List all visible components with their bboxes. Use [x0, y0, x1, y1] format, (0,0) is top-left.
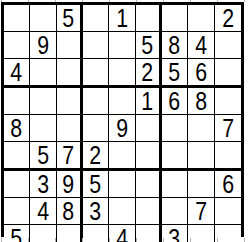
cell-r2c9[interactable] — [215, 32, 241, 59]
cell-r4c3[interactable] — [57, 88, 83, 115]
given-digit: 6 — [222, 171, 234, 197]
sudoku-page: 5129584425616889757239564837543 — [0, 0, 248, 242]
given-digit: 1 — [141, 88, 153, 114]
cell-r7c2[interactable]: 3 — [30, 171, 56, 198]
cell-r6c9[interactable] — [215, 142, 241, 171]
cell-r8c7[interactable] — [162, 198, 188, 225]
cell-r1c6[interactable] — [136, 5, 162, 32]
given-digit: 3 — [169, 225, 181, 242]
cell-r5c1[interactable]: 8 — [4, 115, 30, 142]
cell-r7c6[interactable] — [136, 171, 162, 198]
given-digit: 7 — [195, 198, 207, 224]
cell-r5c7[interactable] — [162, 115, 188, 142]
cell-r3c1[interactable]: 4 — [4, 59, 30, 88]
spreadsheet-gridline-stub — [217, 238, 218, 242]
cell-r4c6[interactable]: 1 — [136, 88, 162, 115]
cell-r5c2[interactable] — [30, 115, 56, 142]
spreadsheet-gridline-stub — [163, 238, 164, 242]
cell-r1c9[interactable]: 2 — [215, 5, 241, 32]
cell-r2c6[interactable]: 5 — [136, 32, 162, 59]
given-digit: 4 — [195, 32, 207, 58]
cell-r9c1[interactable]: 5 — [4, 225, 30, 242]
spreadsheet-gridline-stub — [244, 238, 245, 242]
given-digit: 4 — [11, 59, 23, 85]
cell-r2c8[interactable]: 4 — [188, 32, 214, 59]
given-digit: 5 — [141, 32, 153, 58]
cell-r1c4[interactable] — [83, 5, 109, 32]
cell-r5c3[interactable] — [57, 115, 83, 142]
cell-r8c5[interactable] — [109, 198, 135, 225]
given-digit: 5 — [11, 225, 23, 242]
given-digit: 5 — [169, 59, 181, 85]
cell-r3c2[interactable] — [30, 59, 56, 88]
given-digit: 7 — [222, 115, 234, 141]
cell-r6c1[interactable] — [4, 142, 30, 171]
cell-r8c1[interactable] — [4, 198, 30, 225]
cell-r9c6[interactable] — [136, 225, 162, 242]
spreadsheet-gridline-stub — [190, 0, 191, 2]
cell-r2c3[interactable] — [57, 32, 83, 59]
cell-r7c8[interactable] — [188, 171, 214, 198]
spreadsheet-gridline-stub — [28, 0, 29, 2]
cell-r4c2[interactable] — [30, 88, 56, 115]
cell-r8c3[interactable]: 8 — [57, 198, 83, 225]
cell-r9c3[interactable] — [57, 225, 83, 242]
cell-r6c6[interactable] — [136, 142, 162, 171]
cell-r5c9[interactable]: 7 — [215, 115, 241, 142]
cell-r7c7[interactable] — [162, 171, 188, 198]
cell-r9c5[interactable]: 4 — [109, 225, 135, 242]
given-digit: 8 — [11, 115, 23, 141]
cell-r5c8[interactable] — [188, 115, 214, 142]
given-digit: 5 — [90, 171, 102, 197]
given-digit: 2 — [90, 142, 102, 168]
cell-r9c4[interactable] — [83, 225, 109, 242]
cell-r3c9[interactable] — [215, 59, 241, 88]
given-digit: 2 — [141, 59, 153, 85]
sudoku-board: 5129584425616889757239564837543 — [1, 2, 244, 237]
spreadsheet-gridline-stub — [190, 238, 191, 242]
cell-r1c5[interactable]: 1 — [109, 5, 135, 32]
cell-r5c6[interactable] — [136, 115, 162, 142]
cell-r7c9[interactable]: 6 — [215, 171, 241, 198]
spreadsheet-gridline-stub — [136, 238, 137, 242]
given-digit: 6 — [195, 59, 207, 85]
spreadsheet-gridline-stub — [109, 238, 110, 242]
cell-r3c8[interactable]: 6 — [188, 59, 214, 88]
cell-r2c4[interactable] — [83, 32, 109, 59]
spreadsheet-gridline-stub — [217, 0, 218, 2]
given-digit: 2 — [222, 5, 234, 31]
given-digit: 7 — [62, 142, 74, 168]
spreadsheet-gridline-stub — [55, 238, 56, 242]
given-digit: 4 — [116, 225, 128, 242]
given-digit: 3 — [37, 171, 49, 197]
spreadsheet-gridline-stub — [109, 0, 110, 2]
cell-r7c4[interactable]: 5 — [83, 171, 109, 198]
cell-r1c3[interactable]: 5 — [57, 5, 83, 32]
given-digit: 9 — [62, 171, 74, 197]
cell-r2c1[interactable] — [4, 32, 30, 59]
cell-r6c5[interactable] — [109, 142, 135, 171]
cell-r7c3[interactable]: 9 — [57, 171, 83, 198]
cell-r4c1[interactable] — [4, 88, 30, 115]
cell-r2c5[interactable] — [109, 32, 135, 59]
cell-r1c2[interactable] — [30, 5, 56, 32]
given-digit: 1 — [116, 5, 128, 31]
cell-r6c4[interactable]: 2 — [83, 142, 109, 171]
cell-r3c5[interactable] — [109, 59, 135, 88]
cell-r1c1[interactable] — [4, 5, 30, 32]
cell-r4c7[interactable]: 6 — [162, 88, 188, 115]
given-digit: 8 — [195, 88, 207, 114]
cell-r5c4[interactable] — [83, 115, 109, 142]
spreadsheet-gridline-stub — [136, 0, 137, 2]
spreadsheet-gridline-stub — [163, 0, 164, 2]
cell-r1c7[interactable] — [162, 5, 188, 32]
spreadsheet-gridline-stub — [82, 0, 83, 2]
spreadsheet-gridline-stub — [55, 0, 56, 2]
cell-r6c3[interactable]: 7 — [57, 142, 83, 171]
cell-r6c2[interactable]: 5 — [30, 142, 56, 171]
cell-r9c8[interactable] — [188, 225, 214, 242]
cell-r4c4[interactable] — [83, 88, 109, 115]
cell-r1c8[interactable] — [188, 5, 214, 32]
spreadsheet-gridline-stub — [28, 238, 29, 242]
cell-r3c7[interactable]: 5 — [162, 59, 188, 88]
given-digit: 9 — [116, 115, 128, 141]
cell-r9c7[interactable]: 3 — [162, 225, 188, 242]
cell-r8c2[interactable]: 4 — [30, 198, 56, 225]
cell-r4c9[interactable] — [215, 88, 241, 115]
cell-r2c7[interactable]: 8 — [162, 32, 188, 59]
spreadsheet-gridline-stub — [244, 0, 245, 2]
given-digit: 4 — [37, 198, 49, 224]
cell-r4c5[interactable] — [109, 88, 135, 115]
given-digit: 5 — [62, 5, 74, 31]
cell-r3c3[interactable] — [57, 59, 83, 88]
given-digit: 8 — [169, 32, 181, 58]
cell-r3c6[interactable]: 2 — [136, 59, 162, 88]
cell-r9c9[interactable] — [215, 225, 241, 242]
cell-r9c2[interactable] — [30, 225, 56, 242]
spreadsheet-gridline-stub — [1, 0, 2, 2]
cell-r8c8[interactable]: 7 — [188, 198, 214, 225]
cell-r3c4[interactable] — [83, 59, 109, 88]
spreadsheet-gridline-stub — [1, 238, 2, 242]
cell-r6c8[interactable] — [188, 142, 214, 171]
spreadsheet-gridline-stub — [82, 238, 83, 242]
cell-r4c8[interactable]: 8 — [188, 88, 214, 115]
cell-r7c5[interactable] — [109, 171, 135, 198]
cell-r5c5[interactable]: 9 — [109, 115, 135, 142]
given-digit: 6 — [169, 88, 181, 114]
given-digit: 3 — [90, 198, 102, 224]
cell-r6c7[interactable] — [162, 142, 188, 171]
cell-r8c4[interactable]: 3 — [83, 198, 109, 225]
cell-r8c9[interactable] — [215, 198, 241, 225]
given-digit: 9 — [37, 32, 49, 58]
cell-r7c1[interactable] — [4, 171, 30, 198]
given-digit: 5 — [37, 142, 49, 168]
given-digit: 8 — [62, 198, 74, 224]
cell-r2c2[interactable]: 9 — [30, 32, 56, 59]
cell-r8c6[interactable] — [136, 198, 162, 225]
